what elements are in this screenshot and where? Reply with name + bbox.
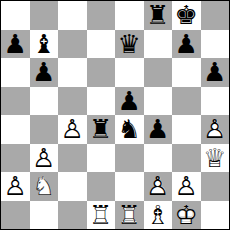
- white-king[interactable]: ♚♔: [172, 201, 201, 230]
- square-h6[interactable]: ♟: [201, 58, 230, 87]
- square-e2[interactable]: [115, 172, 144, 201]
- white-pawn[interactable]: ♟♙: [172, 172, 201, 201]
- white-knight[interactable]: ♞♘: [30, 172, 59, 201]
- square-c8[interactable]: [58, 1, 87, 30]
- square-g8[interactable]: ♚: [172, 1, 201, 30]
- white-pawn-glyph: ♙: [201, 115, 230, 144]
- square-e5[interactable]: ♟: [115, 87, 144, 116]
- square-d1[interactable]: ♜♖: [87, 201, 116, 230]
- chess-board-frame: ♜♚♟♝♛♟♟♟♟♟♙♜♞♟♟♙♟♙♛♕♟♙♞♘♟♙♟♙♜♖♜♖♝♗♚♔: [0, 0, 230, 230]
- white-pawn-glyph: ♙: [58, 115, 87, 144]
- white-rook-glyph: ♖: [87, 201, 116, 230]
- square-a6[interactable]: [1, 58, 30, 87]
- square-g3[interactable]: [172, 144, 201, 173]
- white-pawn-glyph: ♙: [1, 172, 30, 201]
- white-pawn[interactable]: ♟♙: [1, 172, 30, 201]
- square-f7[interactable]: [144, 30, 173, 59]
- square-c1[interactable]: [58, 201, 87, 230]
- square-a3[interactable]: [1, 144, 30, 173]
- square-d6[interactable]: [87, 58, 116, 87]
- square-g5[interactable]: [172, 87, 201, 116]
- black-pawn[interactable]: ♟: [144, 115, 173, 144]
- white-pawn[interactable]: ♟♙: [58, 115, 87, 144]
- square-a2[interactable]: ♟♙: [1, 172, 30, 201]
- black-pawn[interactable]: ♟: [30, 58, 59, 87]
- white-pawn[interactable]: ♟♙: [30, 144, 59, 173]
- square-h8[interactable]: [201, 1, 230, 30]
- square-c6[interactable]: [58, 58, 87, 87]
- white-pawn-glyph: ♙: [172, 172, 201, 201]
- square-a5[interactable]: [1, 87, 30, 116]
- square-e1[interactable]: ♜♖: [115, 201, 144, 230]
- white-pawn-glyph: ♙: [144, 172, 173, 201]
- black-rook[interactable]: ♜: [87, 115, 116, 144]
- square-h3[interactable]: ♛♕: [201, 144, 230, 173]
- black-pawn[interactable]: ♟: [115, 87, 144, 116]
- square-c5[interactable]: [58, 87, 87, 116]
- square-b2[interactable]: ♞♘: [30, 172, 59, 201]
- white-queen[interactable]: ♛♕: [201, 144, 230, 173]
- black-bishop[interactable]: ♝: [30, 30, 59, 59]
- black-rook[interactable]: ♜: [144, 1, 173, 30]
- square-c7[interactable]: [58, 30, 87, 59]
- square-g4[interactable]: [172, 115, 201, 144]
- white-rook[interactable]: ♜♖: [87, 201, 116, 230]
- square-f6[interactable]: [144, 58, 173, 87]
- square-b1[interactable]: [30, 201, 59, 230]
- square-d2[interactable]: [87, 172, 116, 201]
- square-g2[interactable]: ♟♙: [172, 172, 201, 201]
- square-g7[interactable]: ♟: [172, 30, 201, 59]
- square-h5[interactable]: [201, 87, 230, 116]
- black-pawn[interactable]: ♟: [1, 30, 30, 59]
- square-e7[interactable]: ♛: [115, 30, 144, 59]
- white-pawn[interactable]: ♟♙: [144, 172, 173, 201]
- square-b3[interactable]: ♟♙: [30, 144, 59, 173]
- square-b5[interactable]: [30, 87, 59, 116]
- square-d8[interactable]: [87, 1, 116, 30]
- square-c3[interactable]: [58, 144, 87, 173]
- square-g1[interactable]: ♚♔: [172, 201, 201, 230]
- black-knight[interactable]: ♞: [115, 115, 144, 144]
- square-a7[interactable]: ♟: [1, 30, 30, 59]
- black-pawn[interactable]: ♟: [172, 30, 201, 59]
- square-d4[interactable]: ♜: [87, 115, 116, 144]
- square-e8[interactable]: [115, 1, 144, 30]
- square-b8[interactable]: [30, 1, 59, 30]
- square-h1[interactable]: [201, 201, 230, 230]
- white-knight-glyph: ♘: [30, 172, 59, 201]
- square-f1[interactable]: ♝♗: [144, 201, 173, 230]
- square-f5[interactable]: [144, 87, 173, 116]
- square-a1[interactable]: [1, 201, 30, 230]
- white-rook[interactable]: ♜♖: [115, 201, 144, 230]
- square-d3[interactable]: [87, 144, 116, 173]
- white-pawn[interactable]: ♟♙: [201, 115, 230, 144]
- white-bishop[interactable]: ♝♗: [144, 201, 173, 230]
- black-king[interactable]: ♚: [172, 1, 201, 30]
- chess-board: ♜♚♟♝♛♟♟♟♟♟♙♜♞♟♟♙♟♙♛♕♟♙♞♘♟♙♟♙♜♖♜♖♝♗♚♔: [1, 1, 229, 229]
- black-pawn[interactable]: ♟: [201, 58, 230, 87]
- square-f2[interactable]: ♟♙: [144, 172, 173, 201]
- square-e4[interactable]: ♞: [115, 115, 144, 144]
- square-d7[interactable]: [87, 30, 116, 59]
- square-c4[interactable]: ♟♙: [58, 115, 87, 144]
- square-f8[interactable]: ♜: [144, 1, 173, 30]
- square-f4[interactable]: ♟: [144, 115, 173, 144]
- white-pawn-glyph: ♙: [30, 144, 59, 173]
- white-king-glyph: ♔: [172, 201, 201, 230]
- square-h7[interactable]: [201, 30, 230, 59]
- square-b7[interactable]: ♝: [30, 30, 59, 59]
- square-b6[interactable]: ♟: [30, 58, 59, 87]
- white-bishop-glyph: ♗: [144, 201, 173, 230]
- square-c2[interactable]: [58, 172, 87, 201]
- square-b4[interactable]: [30, 115, 59, 144]
- square-h2[interactable]: [201, 172, 230, 201]
- square-a8[interactable]: [1, 1, 30, 30]
- white-rook-glyph: ♖: [115, 201, 144, 230]
- square-a4[interactable]: [1, 115, 30, 144]
- square-f3[interactable]: [144, 144, 173, 173]
- white-queen-glyph: ♕: [201, 144, 230, 173]
- square-d5[interactable]: [87, 87, 116, 116]
- black-queen[interactable]: ♛: [115, 30, 144, 59]
- square-e3[interactable]: [115, 144, 144, 173]
- square-e6[interactable]: [115, 58, 144, 87]
- square-g6[interactable]: [172, 58, 201, 87]
- square-h4[interactable]: ♟♙: [201, 115, 230, 144]
